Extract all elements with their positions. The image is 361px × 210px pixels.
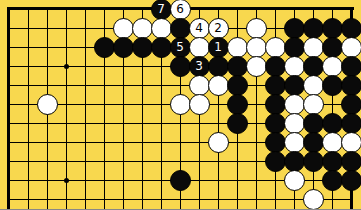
white-stone	[151, 18, 172, 39]
black-stone	[322, 37, 343, 58]
black-stone	[265, 75, 286, 96]
black-stone	[151, 37, 172, 58]
black-stone	[341, 170, 361, 191]
black-stone	[322, 75, 343, 96]
black-stone	[341, 56, 361, 77]
star-point	[64, 64, 69, 69]
black-stone	[170, 18, 191, 39]
white-stone	[284, 170, 305, 191]
black-stone	[113, 37, 134, 58]
black-stone	[227, 75, 248, 96]
go-board: 1234567	[0, 0, 361, 209]
black-stone	[265, 113, 286, 134]
black-stone	[208, 56, 229, 77]
star-point	[64, 178, 69, 183]
white-stone	[322, 132, 343, 153]
black-stone	[303, 132, 324, 153]
board-edge-left	[7, 7, 10, 209]
white-stone	[246, 56, 267, 77]
black-stone	[284, 37, 305, 58]
black-stone	[227, 56, 248, 77]
black-stone	[265, 94, 286, 115]
white-stone	[189, 75, 210, 96]
white-stone	[303, 37, 324, 58]
black-stone	[303, 56, 324, 77]
black-stone	[170, 56, 191, 77]
white-stone	[284, 132, 305, 153]
black-stone	[322, 113, 343, 134]
black-stone	[303, 18, 324, 39]
white-stone	[284, 56, 305, 77]
black-stone	[265, 151, 286, 172]
white-stone	[322, 56, 343, 77]
black-stone	[341, 94, 361, 115]
black-stone	[189, 56, 210, 77]
black-stone	[341, 75, 361, 96]
black-stone	[265, 132, 286, 153]
black-stone	[322, 18, 343, 39]
white-stone	[227, 37, 248, 58]
white-stone	[132, 18, 153, 39]
white-stone	[303, 94, 324, 115]
black-stone	[151, 0, 172, 20]
black-stone	[341, 113, 361, 134]
black-stone	[284, 151, 305, 172]
white-stone	[341, 132, 361, 153]
black-stone	[227, 94, 248, 115]
white-stone	[170, 94, 191, 115]
black-stone	[284, 75, 305, 96]
white-stone	[208, 75, 229, 96]
white-stone	[113, 18, 134, 39]
black-stone	[322, 170, 343, 191]
white-stone	[284, 113, 305, 134]
white-stone	[189, 37, 210, 58]
black-stone	[227, 113, 248, 134]
black-stone	[341, 151, 361, 172]
black-stone	[341, 18, 361, 39]
black-stone	[322, 151, 343, 172]
white-stone	[208, 18, 229, 39]
white-stone	[37, 94, 58, 115]
black-stone	[132, 37, 153, 58]
white-stone	[170, 0, 191, 20]
white-stone	[189, 18, 210, 39]
white-stone	[189, 94, 210, 115]
black-stone	[265, 56, 286, 77]
black-stone	[208, 37, 229, 58]
black-stone	[303, 113, 324, 134]
white-stone	[246, 18, 267, 39]
black-stone	[284, 18, 305, 39]
white-stone	[303, 75, 324, 96]
white-stone	[341, 37, 361, 58]
black-stone	[94, 37, 115, 58]
black-stone	[170, 37, 191, 58]
black-stone	[303, 151, 324, 172]
white-stone	[265, 37, 286, 58]
black-stone	[170, 170, 191, 191]
white-stone	[303, 189, 324, 210]
white-stone	[246, 37, 267, 58]
white-stone	[284, 94, 305, 115]
white-stone	[208, 132, 229, 153]
